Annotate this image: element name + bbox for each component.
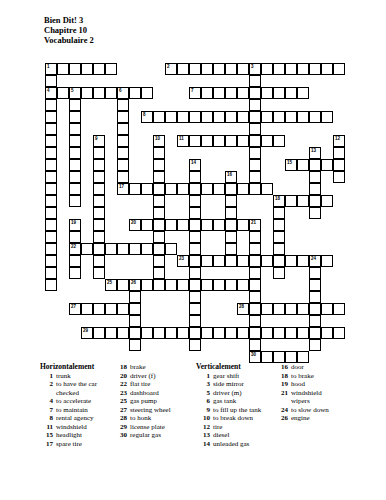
clue-number-5: 5	[71, 88, 74, 93]
crossword-cell-r9c2[interactable]	[69, 171, 81, 183]
clue-item-number: 18	[114, 363, 127, 372]
crossword-cell-r4c19[interactable]	[273, 111, 285, 123]
crossword-cell-r7c6[interactable]	[117, 147, 129, 159]
crossword-cell-r3c6[interactable]	[117, 99, 129, 111]
crossword-cell-r22c11[interactable]	[177, 327, 189, 339]
crossword-cell-r4c10[interactable]	[165, 111, 177, 123]
crossword-cell-r20c24[interactable]	[333, 303, 345, 315]
crossword-cell-r15c10[interactable]	[165, 243, 177, 255]
clue-item-text: dashboard	[130, 389, 194, 398]
crossword-cell-r9c9[interactable]	[153, 171, 165, 183]
crossword-cell-r22c24[interactable]	[333, 327, 345, 339]
crossword-cell-r4c16[interactable]	[237, 111, 249, 123]
crossword-cell-r22c16[interactable]	[237, 327, 249, 339]
crossword-cell-r8c22[interactable]	[309, 159, 321, 171]
crossword-cell-r22c13[interactable]	[201, 327, 213, 339]
crossword-cell-r23c22[interactable]	[309, 339, 321, 351]
crossword-cell-r6c15[interactable]	[225, 135, 237, 147]
crossword-cell-r13c15[interactable]	[225, 219, 237, 231]
crossword-cell-r10c0[interactable]	[45, 183, 57, 195]
crossword-cell-r6c17[interactable]	[249, 135, 261, 147]
crossword-cell-r0c24[interactable]	[333, 63, 345, 75]
crossword-cell-r16c15[interactable]	[225, 255, 237, 267]
crossword-cell-r7c4[interactable]	[93, 147, 105, 159]
clue-number-7: 7	[191, 88, 194, 93]
crossword-cell-r4c23[interactable]	[321, 111, 333, 123]
crossword-cell-r2c12[interactable]: 7	[189, 87, 201, 99]
crossword-cell-r0c16[interactable]	[237, 63, 249, 75]
crossword-cell-r3c2[interactable]	[69, 99, 81, 111]
crossword-cell-r7c17[interactable]	[249, 147, 261, 159]
crossword-cell-r21c7[interactable]	[129, 315, 141, 327]
crossword-cell-r14c0[interactable]	[45, 231, 57, 243]
crossword-cell-r4c17[interactable]	[249, 111, 261, 123]
across-clues-column-1: Horizontalement 1trunk2to have the car c…	[40, 363, 118, 448]
crossword-cell-r15c5[interactable]	[105, 243, 117, 255]
crossword-cell-r16c14[interactable]	[213, 255, 225, 267]
clue-item-number: 23	[114, 389, 127, 398]
crossword-cell-r6c24[interactable]: 12	[333, 135, 345, 147]
crossword-cell-r6c4[interactable]: 9	[93, 135, 105, 147]
crossword-cell-r18c7[interactable]: 26	[129, 279, 141, 291]
crossword-cell-r10c11[interactable]	[177, 183, 189, 195]
crossword-cell-r6c9[interactable]: 10	[153, 135, 165, 147]
crossword-cell-r20c4[interactable]	[93, 303, 105, 315]
crossword-cell-r9c6[interactable]	[117, 171, 129, 183]
crossword-cell-r0c13[interactable]	[201, 63, 213, 75]
crossword-cell-r16c12[interactable]	[189, 255, 201, 267]
crossword-cell-r0c17[interactable]: 3	[249, 63, 261, 75]
crossword-cell-r3c0[interactable]	[45, 99, 57, 111]
crossword-cell-r2c18[interactable]	[261, 87, 273, 99]
crossword-cell-r9c15[interactable]: 16	[225, 171, 237, 183]
crossword-cell-r22c15[interactable]	[225, 327, 237, 339]
crossword-cell-r14c17[interactable]	[249, 231, 261, 243]
crossword-cell-r4c0[interactable]	[45, 111, 57, 123]
crossword-cell-r15c2[interactable]: 22	[69, 243, 81, 255]
crossword-cell-r9c0[interactable]	[45, 171, 57, 183]
crossword-cell-r2c1[interactable]	[57, 87, 69, 99]
crossword-cell-r10c18[interactable]	[261, 183, 273, 195]
crossword-cell-r12c4[interactable]	[93, 207, 105, 219]
crossword-cell-r8c6[interactable]	[117, 159, 129, 171]
crossword-cell-r5c0[interactable]	[45, 123, 57, 135]
crossword-cell-r22c7[interactable]	[129, 327, 141, 339]
crossword-cell-r16c11[interactable]: 23	[177, 255, 189, 267]
crossword-cell-r20c22[interactable]	[309, 303, 321, 315]
clue-item-number: 12	[196, 423, 210, 432]
crossword-cell-r24c18[interactable]	[261, 351, 273, 363]
crossword-cell-r22c20[interactable]	[285, 327, 297, 339]
crossword-cell-r22c17[interactable]	[249, 327, 261, 339]
crossword-cell-r16c21[interactable]	[297, 255, 309, 267]
clue-item-16: 16door	[277, 363, 341, 372]
crossword-cell-r16c23[interactable]	[321, 255, 333, 267]
crossword-cell-r14c15[interactable]	[225, 231, 237, 243]
crossword-cell-r8c0[interactable]	[45, 159, 57, 171]
crossword-cell-r18c10[interactable]	[165, 279, 177, 291]
crossword-cell-r14c19[interactable]	[273, 231, 285, 243]
crossword-cell-r7c22[interactable]: 13	[309, 147, 321, 159]
crossword-cell-r15c12[interactable]	[189, 243, 201, 255]
crossword-cell-r11c2[interactable]	[69, 195, 81, 207]
crossword-cell-r18c11[interactable]	[177, 279, 189, 291]
crossword-cell-r2c4[interactable]	[93, 87, 105, 99]
crossword-cell-r10c17[interactable]	[249, 183, 261, 195]
crossword-cell-r15c6[interactable]	[117, 243, 129, 255]
crossword-cell-r6c13[interactable]	[201, 135, 213, 147]
crossword-cell-r2c2[interactable]: 5	[69, 87, 81, 99]
crossword-cell-r22c9[interactable]	[153, 327, 165, 339]
crossword-cell-r0c20[interactable]	[285, 63, 297, 75]
crossword-cell-r2c5[interactable]	[105, 87, 117, 99]
crossword-cell-r4c22[interactable]	[309, 111, 321, 123]
clue-item-number: 6	[196, 397, 210, 406]
crossword-cell-r13c2[interactable]: 19	[69, 219, 81, 231]
crossword-cell-r4c6[interactable]	[117, 111, 129, 123]
crossword-cell-r4c14[interactable]	[213, 111, 225, 123]
crossword-cell-r2c15[interactable]	[225, 87, 237, 99]
crossword-cell-r12c22[interactable]	[309, 207, 321, 219]
crossword-cell-r20c18[interactable]	[261, 303, 273, 315]
crossword-cell-r0c12[interactable]	[189, 63, 201, 75]
crossword-cell-r16c19[interactable]	[273, 255, 285, 267]
crossword-cell-r0c11[interactable]	[177, 63, 189, 75]
crossword-cell-r10c4[interactable]	[93, 183, 105, 195]
crossword-cell-r7c9[interactable]	[153, 147, 165, 159]
crossword-cell-r23c7[interactable]	[129, 339, 141, 351]
clue-item-number: 21	[277, 389, 288, 398]
crossword-cell-r6c18[interactable]	[261, 135, 273, 147]
crossword-cell-r10c9[interactable]	[153, 183, 165, 195]
crossword-cell-r0c10[interactable]: 2	[165, 63, 177, 75]
crossword-cell-r9c12[interactable]	[189, 171, 201, 183]
crossword-cell-r24c21[interactable]	[297, 351, 309, 363]
crossword-cell-r2c17[interactable]	[249, 87, 261, 99]
crossword-cell-r6c19[interactable]	[273, 135, 285, 147]
crossword-cell-r8c2[interactable]	[69, 159, 81, 171]
crossword-cell-r11c15[interactable]	[225, 195, 237, 207]
across-header: Horizontalement	[40, 363, 118, 372]
crossword-cell-r13c14[interactable]	[213, 219, 225, 231]
crossword-cell-r20c17[interactable]	[249, 303, 261, 315]
crossword-cell-r13c4[interactable]	[93, 219, 105, 231]
crossword-cell-r22c4[interactable]	[93, 327, 105, 339]
crossword-cell-r17c19[interactable]	[273, 267, 285, 279]
crossword-cell-r14c12[interactable]	[189, 231, 201, 243]
crossword-cell-r5c17[interactable]	[249, 123, 261, 135]
crossword-cell-r20c12[interactable]	[189, 303, 201, 315]
crossword-cell-r2c8[interactable]	[141, 87, 153, 99]
crossword-cell-r13c13[interactable]	[201, 219, 213, 231]
crossword-cell-r17c17[interactable]	[249, 267, 261, 279]
crossword-cell-r13c0[interactable]	[45, 219, 57, 231]
crossword-cell-r6c0[interactable]	[45, 135, 57, 147]
crossword-cell-r12c0[interactable]	[45, 207, 57, 219]
crossword-cell-r10c12[interactable]	[189, 183, 201, 195]
crossword-cell-r18c16[interactable]	[237, 279, 249, 291]
crossword-cell-r18c22[interactable]	[309, 279, 321, 291]
crossword-cell-r17c0[interactable]	[45, 267, 57, 279]
crossword-cell-r18c9[interactable]	[153, 279, 165, 291]
crossword-cell-r22c10[interactable]	[165, 327, 177, 339]
crossword-cell-r13c19[interactable]	[273, 219, 285, 231]
crossword-cell-r6c11[interactable]: 11	[177, 135, 189, 147]
crossword-cell-r18c13[interactable]	[201, 279, 213, 291]
crossword-cell-r13c7[interactable]: 20	[129, 219, 141, 231]
crossword-cell-r22c19[interactable]	[273, 327, 285, 339]
crossword-cell-r14c9[interactable]	[153, 231, 165, 243]
crossword-cell-r13c12[interactable]	[189, 219, 201, 231]
crossword-cell-r22c23[interactable]	[321, 327, 333, 339]
crossword-cell-r15c4[interactable]	[93, 243, 105, 255]
crossword-cell-r2c16[interactable]	[237, 87, 249, 99]
crossword-cell-r10c2[interactable]	[69, 183, 81, 195]
clue-number-25: 25	[107, 280, 112, 285]
crossword-cell-r22c8[interactable]	[141, 327, 153, 339]
crossword-cell-r11c9[interactable]	[153, 195, 165, 207]
crossword-cell-r10c16[interactable]	[237, 183, 249, 195]
crossword-cell-r8c12[interactable]: 14	[189, 159, 201, 171]
crossword-cell-r20c2[interactable]: 27	[69, 303, 81, 315]
crossword-cell-r1c17[interactable]	[249, 75, 261, 87]
crossword-cell-r7c0[interactable]	[45, 147, 57, 159]
crossword-cell-r20c3[interactable]	[81, 303, 93, 315]
crossword-cell-r15c9[interactable]	[153, 243, 165, 255]
crossword-cell-r2c0[interactable]: 4	[45, 87, 57, 99]
crossword-cell-r16c9[interactable]	[153, 255, 165, 267]
clue-item-number: 4	[40, 397, 53, 406]
crossword-cell-r4c12[interactable]	[189, 111, 201, 123]
crossword-cell-r0c18[interactable]	[261, 63, 273, 75]
crossword-cell-r13c9[interactable]	[153, 219, 165, 231]
crossword-cell-r16c16[interactable]	[237, 255, 249, 267]
crossword-cell-r7c24[interactable]	[333, 147, 345, 159]
crossword-cell-r2c13[interactable]	[201, 87, 213, 99]
crossword-cell-r0c19[interactable]	[273, 63, 285, 75]
crossword-cell-r12c15[interactable]	[225, 207, 237, 219]
crossword-cell-r17c4[interactable]	[93, 267, 105, 279]
crossword-cell-r15c15[interactable]	[225, 243, 237, 255]
crossword-cell-r6c14[interactable]	[213, 135, 225, 147]
crossword-cell-r22c21[interactable]	[297, 327, 309, 339]
crossword-cell-r21c22[interactable]	[309, 315, 321, 327]
crossword-cell-r14c4[interactable]	[93, 231, 105, 243]
crossword-cell-r8c24[interactable]	[333, 159, 345, 171]
crossword-cell-r15c0[interactable]	[45, 243, 57, 255]
crossword-cell-r13c16[interactable]	[237, 219, 249, 231]
crossword-cell-r20c5[interactable]	[105, 303, 117, 315]
crossword-cell-r16c17[interactable]	[249, 255, 261, 267]
crossword-cell-r0c22[interactable]	[309, 63, 321, 75]
crossword-cell-r2c19[interactable]	[273, 87, 285, 99]
crossword-cell-r18c12[interactable]	[189, 279, 201, 291]
crossword-cell-r4c11[interactable]	[177, 111, 189, 123]
crossword-cell-r15c17[interactable]	[249, 243, 261, 255]
crossword-cell-r13c17[interactable]: 21	[249, 219, 261, 231]
crossword-cell-r2c6[interactable]: 6	[117, 87, 129, 99]
crossword-cell-r4c21[interactable]	[297, 111, 309, 123]
crossword-cell-r11c19[interactable]: 18	[273, 195, 285, 207]
crossword-cell-r9c24[interactable]	[333, 171, 345, 183]
crossword-cell-r1c0[interactable]	[45, 75, 57, 87]
clue-item-text: gas tank	[213, 397, 282, 406]
crossword-cell-r20c23[interactable]	[321, 303, 333, 315]
crossword-cell-r20c19[interactable]	[273, 303, 285, 315]
crossword-cell-r11c4[interactable]	[93, 195, 105, 207]
crossword-cell-r18c0[interactable]	[45, 279, 57, 291]
crossword-cell-r8c21[interactable]	[297, 159, 309, 171]
crossword-cell-r9c4[interactable]	[93, 171, 105, 183]
crossword-cell-r22c6[interactable]	[117, 327, 129, 339]
crossword-cell-r19c22[interactable]	[309, 291, 321, 303]
crossword-cell-r4c8[interactable]: 8	[141, 111, 153, 123]
crossword-cell-r0c3[interactable]	[81, 63, 93, 75]
clue-number-6: 6	[119, 88, 122, 93]
crossword-cell-r0c0[interactable]: 1	[45, 63, 57, 75]
crossword-cell-r12c12[interactable]	[189, 207, 201, 219]
crossword-cell-r22c18[interactable]	[261, 327, 273, 339]
crossword-cell-r13c10[interactable]	[165, 219, 177, 231]
clue-item-number: 25	[114, 397, 127, 406]
crossword-cell-r8c4[interactable]	[93, 159, 105, 171]
crossword-cell-r2c20[interactable]	[285, 87, 297, 99]
crossword-cell-r24c17[interactable]: 30	[249, 351, 261, 363]
crossword-cell-r16c4[interactable]	[93, 255, 105, 267]
crossword-cell-r8c9[interactable]	[153, 159, 165, 171]
crossword-cell-r11c21[interactable]	[297, 195, 309, 207]
crossword-cell-r15c3[interactable]	[81, 243, 93, 255]
crossword-cell-r4c13[interactable]	[201, 111, 213, 123]
crossword-cell-r8c23[interactable]	[321, 159, 333, 171]
crossword-cell-r21c17[interactable]	[249, 315, 261, 327]
crossword-cell-r18c15[interactable]	[225, 279, 237, 291]
crossword-cell-r0c5[interactable]	[105, 63, 117, 75]
clue-item-text: windshield wipers	[291, 389, 341, 406]
crossword-cell-r23c12[interactable]	[189, 339, 201, 351]
crossword-cell-r4c18[interactable]	[261, 111, 273, 123]
crossword-cell-r20c20[interactable]	[285, 303, 297, 315]
crossword-cell-r19c17[interactable]	[249, 291, 261, 303]
crossword-cell-r22c22[interactable]	[309, 327, 321, 339]
crossword-cell-r16c18[interactable]	[261, 255, 273, 267]
crossword-cell-r24c19[interactable]	[273, 351, 285, 363]
crossword-cell-r16c22[interactable]: 24	[309, 255, 321, 267]
crossword-cell-r20c21[interactable]	[297, 303, 309, 315]
crossword-cell-r20c7[interactable]	[129, 303, 141, 315]
crossword-cell-r20c16[interactable]: 28	[237, 303, 249, 315]
crossword-cell-r9c22[interactable]	[309, 171, 321, 183]
crossword-cell-r6c12[interactable]	[189, 135, 201, 147]
crossword-cell-r0c4[interactable]	[93, 63, 105, 75]
crossword-cell-r19c12[interactable]	[189, 291, 201, 303]
crossword-cell-r17c9[interactable]	[153, 267, 165, 279]
crossword-cell-r22c14[interactable]	[213, 327, 225, 339]
crossword-cell-r4c2[interactable]	[69, 111, 81, 123]
crossword-cell-r3c17[interactable]	[249, 99, 261, 111]
crossword-cell-r2c3[interactable]	[81, 87, 93, 99]
crossword-cell-r16c2[interactable]	[69, 255, 81, 267]
crossword-cell-r4c20[interactable]	[285, 111, 297, 123]
crossword-cell-r17c12[interactable]	[189, 267, 201, 279]
crossword-cell-r12c19[interactable]	[273, 207, 285, 219]
crossword-cell-r0c14[interactable]	[213, 63, 225, 75]
crossword-cell-r4c9[interactable]	[153, 111, 165, 123]
crossword-cell-r6c2[interactable]	[69, 135, 81, 147]
crossword-cell-r15c8[interactable]	[141, 243, 153, 255]
crossword-cell-r6c16[interactable]	[237, 135, 249, 147]
crossword-cell-r10c8[interactable]	[141, 183, 153, 195]
crossword-cell-r18c8[interactable]	[141, 279, 153, 291]
crossword-cell-r8c20[interactable]: 15	[285, 159, 297, 171]
crossword-cell-r0c2[interactable]	[69, 63, 81, 75]
crossword-cell-r15c19[interactable]	[273, 243, 285, 255]
crossword-cell-r10c13[interactable]	[201, 183, 213, 195]
crossword-cell-r10c7[interactable]	[129, 183, 141, 195]
crossword-cell-r11c23[interactable]	[321, 195, 333, 207]
crossword-cell-r22c12[interactable]	[189, 327, 201, 339]
crossword-cell-r12c9[interactable]	[153, 207, 165, 219]
crossword-cell-r0c1[interactable]	[57, 63, 69, 75]
crossword-cell-r22c3[interactable]: 29	[81, 327, 93, 339]
crossword-cell-r2c7[interactable]	[129, 87, 141, 99]
crossword-cell-r5c2[interactable]	[69, 123, 81, 135]
crossword-cell-r7c2[interactable]	[69, 147, 81, 159]
crossword-cell-r22c5[interactable]	[105, 327, 117, 339]
crossword-cell-r20c6[interactable]	[117, 303, 129, 315]
crossword-cell-r0c21[interactable]	[297, 63, 309, 75]
crossword-cell-r10c14[interactable]	[213, 183, 225, 195]
crossword-cell-r10c15[interactable]	[225, 183, 237, 195]
crossword-cell-r17c22[interactable]	[309, 267, 321, 279]
crossword-cell-r0c23[interactable]	[321, 63, 333, 75]
crossword-cell-r13c8[interactable]	[141, 219, 153, 231]
crossword-cell-r11c22[interactable]	[309, 195, 321, 207]
worksheet-page: Bien Dit! 3 Chapitre 10 Vocabulaire 2 12…	[0, 0, 386, 500]
crossword-cell-r21c12[interactable]	[189, 315, 201, 327]
crossword-cell-r10c6[interactable]: 17	[117, 183, 129, 195]
crossword-cell-r11c0[interactable]	[45, 195, 57, 207]
crossword-cell-r18c5[interactable]: 25	[105, 279, 117, 291]
crossword-cell-r2c21[interactable]	[297, 87, 309, 99]
crossword-cell-r18c14[interactable]	[213, 279, 225, 291]
title-line-3: Vocabulaire 2	[44, 35, 94, 45]
crossword-cell-r18c6[interactable]	[117, 279, 129, 291]
crossword-cell-r18c17[interactable]	[249, 279, 261, 291]
crossword-cell-r11c12[interactable]	[189, 195, 201, 207]
crossword-cell-r16c20[interactable]	[285, 255, 297, 267]
crossword-cell-r19c7[interactable]	[129, 291, 141, 303]
crossword-cell-r6c6[interactable]	[117, 135, 129, 147]
crossword-cell-r11c20[interactable]	[285, 195, 297, 207]
crossword-cell-r15c7[interactable]	[129, 243, 141, 255]
crossword-cell-r9c17[interactable]	[249, 171, 261, 183]
crossword-cell-r2c14[interactable]	[213, 87, 225, 99]
crossword-cell-r0c15[interactable]	[225, 63, 237, 75]
crossword-cell-r23c17[interactable]	[249, 339, 261, 351]
crossword-cell-r17c2[interactable]	[69, 267, 81, 279]
crossword-cell-r8c17[interactable]	[249, 159, 261, 171]
crossword-cell-r10c22[interactable]	[309, 183, 321, 195]
crossword-cell-r16c0[interactable]	[45, 255, 57, 267]
crossword-cell-r5c6[interactable]	[117, 123, 129, 135]
crossword-cell-r10c10[interactable]	[165, 183, 177, 195]
crossword-cell-r13c11[interactable]	[177, 219, 189, 231]
crossword-cell-r24c20[interactable]	[285, 351, 297, 363]
crossword-cell-r4c15[interactable]	[225, 111, 237, 123]
crossword-cell-r16c13[interactable]	[201, 255, 213, 267]
crossword-cell-r14c2[interactable]	[69, 231, 81, 243]
